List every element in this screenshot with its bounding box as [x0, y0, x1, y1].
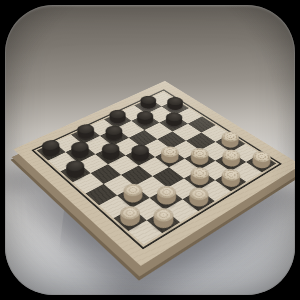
scene-backdrop	[5, 5, 295, 295]
checkers-app-icon[interactable]	[0, 0, 300, 300]
checker-light[interactable]	[150, 212, 177, 231]
scene-3d	[5, 5, 295, 295]
checker-light[interactable]	[218, 136, 241, 150]
checker-light[interactable]	[185, 192, 211, 210]
checkers-board[interactable]	[13, 81, 295, 266]
checker-dark[interactable]	[137, 100, 159, 112]
checker-light[interactable]	[153, 190, 179, 207]
checker-light[interactable]	[218, 154, 242, 169]
checker-dark[interactable]	[103, 130, 126, 144]
checker-dark[interactable]	[74, 128, 97, 142]
checker-light[interactable]	[158, 150, 182, 165]
checker-dark[interactable]	[134, 115, 156, 128]
checker-dark[interactable]	[107, 114, 129, 127]
checker-dark[interactable]	[162, 117, 184, 130]
